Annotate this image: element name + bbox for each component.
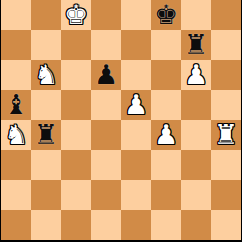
square-c5[interactable]	[61, 90, 91, 120]
square-f4[interactable]: ♟	[151, 120, 181, 150]
square-a2[interactable]	[1, 180, 31, 210]
square-h7[interactable]	[211, 30, 241, 60]
square-f1[interactable]	[151, 210, 181, 240]
square-f3[interactable]	[151, 150, 181, 180]
square-e5[interactable]: ♟	[121, 90, 151, 120]
square-g3[interactable]	[181, 150, 211, 180]
square-d6[interactable]: ♟	[91, 60, 121, 90]
square-a1[interactable]	[1, 210, 31, 240]
square-b7[interactable]	[31, 30, 61, 60]
square-a4[interactable]: ♞	[1, 120, 31, 150]
square-d3[interactable]	[91, 150, 121, 180]
square-c8[interactable]: ♚	[61, 0, 91, 30]
square-b3[interactable]	[31, 150, 61, 180]
square-g2[interactable]	[181, 180, 211, 210]
piece-white-king[interactable]: ♚	[64, 0, 88, 30]
chess-board: ♚♚♜♞♟♟♝♟♞♜♟♜	[1, 0, 241, 240]
square-h1[interactable]	[211, 210, 241, 240]
square-h5[interactable]	[211, 90, 241, 120]
square-e4[interactable]	[121, 120, 151, 150]
piece-white-pawn[interactable]: ♟	[184, 60, 208, 90]
square-f6[interactable]	[151, 60, 181, 90]
square-g6[interactable]: ♟	[181, 60, 211, 90]
square-c2[interactable]	[61, 180, 91, 210]
square-h2[interactable]	[211, 180, 241, 210]
square-d7[interactable]	[91, 30, 121, 60]
square-c1[interactable]	[61, 210, 91, 240]
piece-white-pawn[interactable]: ♟	[124, 90, 148, 120]
piece-black-pawn[interactable]: ♟	[94, 60, 118, 90]
square-a3[interactable]	[1, 150, 31, 180]
piece-white-pawn[interactable]: ♟	[154, 120, 178, 150]
square-e3[interactable]	[121, 150, 151, 180]
square-d2[interactable]	[91, 180, 121, 210]
square-d8[interactable]	[91, 0, 121, 30]
square-b6[interactable]: ♞	[31, 60, 61, 90]
piece-white-rook[interactable]: ♜	[214, 120, 238, 150]
square-g8[interactable]	[181, 0, 211, 30]
square-b8[interactable]	[31, 0, 61, 30]
piece-white-knight[interactable]: ♞	[4, 120, 28, 150]
square-f8[interactable]: ♚	[151, 0, 181, 30]
square-e1[interactable]	[121, 210, 151, 240]
square-e7[interactable]	[121, 30, 151, 60]
square-e2[interactable]	[121, 180, 151, 210]
piece-black-bishop[interactable]: ♝	[4, 90, 28, 120]
square-a5[interactable]: ♝	[1, 90, 31, 120]
square-g1[interactable]	[181, 210, 211, 240]
square-e8[interactable]	[121, 0, 151, 30]
square-c3[interactable]	[61, 150, 91, 180]
square-a6[interactable]	[1, 60, 31, 90]
square-d1[interactable]	[91, 210, 121, 240]
square-h4[interactable]: ♜	[211, 120, 241, 150]
piece-black-rook[interactable]: ♜	[34, 120, 58, 150]
square-a8[interactable]	[1, 0, 31, 30]
square-b4[interactable]: ♜	[31, 120, 61, 150]
square-f5[interactable]	[151, 90, 181, 120]
square-g7[interactable]: ♜	[181, 30, 211, 60]
square-b1[interactable]	[31, 210, 61, 240]
square-d5[interactable]	[91, 90, 121, 120]
piece-black-king[interactable]: ♚	[154, 0, 178, 30]
piece-white-knight[interactable]: ♞	[34, 60, 58, 90]
square-f7[interactable]	[151, 30, 181, 60]
square-e6[interactable]	[121, 60, 151, 90]
chess-board-frame: ♚♚♜♞♟♟♝♟♞♜♟♜	[0, 0, 242, 242]
square-f2[interactable]	[151, 180, 181, 210]
square-c6[interactable]	[61, 60, 91, 90]
square-h3[interactable]	[211, 150, 241, 180]
square-b2[interactable]	[31, 180, 61, 210]
square-h8[interactable]	[211, 0, 241, 30]
square-g4[interactable]	[181, 120, 211, 150]
square-a7[interactable]	[1, 30, 31, 60]
square-d4[interactable]	[91, 120, 121, 150]
square-h6[interactable]	[211, 60, 241, 90]
square-c7[interactable]	[61, 30, 91, 60]
piece-black-rook[interactable]: ♜	[184, 30, 208, 60]
square-b5[interactable]	[31, 90, 61, 120]
square-g5[interactable]	[181, 90, 211, 120]
square-c4[interactable]	[61, 120, 91, 150]
